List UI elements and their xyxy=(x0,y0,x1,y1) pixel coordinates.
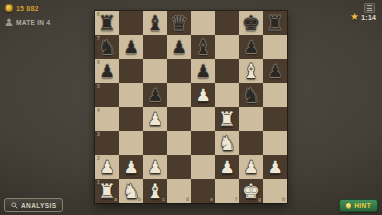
piece-black-pawn[interactable]: ♟ xyxy=(119,35,143,59)
square-e5[interactable]: ♟ xyxy=(191,83,215,107)
chess-app-window: 15 882 MATE IN 4 ★ 1:14 8♜♝♛♚♜7♞♟♟♝♟6♟♟♝… xyxy=(0,0,382,215)
piece-white-pawn[interactable]: ♟ xyxy=(239,155,263,179)
square-d5[interactable] xyxy=(167,83,191,107)
square-f4[interactable]: ♜ xyxy=(215,107,239,131)
piece-black-pawn[interactable]: ♟ xyxy=(263,59,287,83)
square-e7[interactable]: ♝ xyxy=(191,35,215,59)
piece-white-pawn[interactable]: ♟ xyxy=(215,155,239,179)
piece-black-king[interactable]: ♚ xyxy=(239,11,263,35)
piece-white-pawn[interactable]: ♟ xyxy=(143,155,167,179)
piece-white-bishop[interactable]: ♝ xyxy=(143,179,167,203)
square-a4[interactable]: 4 xyxy=(95,107,119,131)
square-e2[interactable] xyxy=(191,155,215,179)
square-a1[interactable]: 1a♜ xyxy=(95,179,119,203)
piece-black-rook[interactable]: ♜ xyxy=(263,11,287,35)
square-g3[interactable] xyxy=(239,131,263,155)
square-b7[interactable]: ♟ xyxy=(119,35,143,59)
piece-black-pawn[interactable]: ♟ xyxy=(167,35,191,59)
timer-display: ★ 1:14 xyxy=(350,12,376,22)
square-e8[interactable] xyxy=(191,11,215,35)
piece-black-rook[interactable]: ♜ xyxy=(95,11,119,35)
analysis-button-label: ANALYSIS xyxy=(21,202,56,209)
square-e3[interactable] xyxy=(191,131,215,155)
piece-black-bishop[interactable]: ♝ xyxy=(143,11,167,35)
square-a3[interactable]: 3 xyxy=(95,131,119,155)
piece-white-pawn[interactable]: ♟ xyxy=(263,155,287,179)
piece-black-pawn[interactable]: ♟ xyxy=(95,59,119,83)
square-c4[interactable]: ♟ xyxy=(143,107,167,131)
square-h6[interactable]: ♟ xyxy=(263,59,287,83)
square-c1[interactable]: c♝ xyxy=(143,179,167,203)
square-c7[interactable] xyxy=(143,35,167,59)
square-d8[interactable]: ♛ xyxy=(167,11,191,35)
piece-black-pawn[interactable]: ♟ xyxy=(143,83,167,107)
star-icon: ★ xyxy=(350,12,359,22)
square-b2[interactable]: ♟ xyxy=(119,155,143,179)
piece-black-pawn[interactable]: ♟ xyxy=(191,59,215,83)
square-b1[interactable]: b♞ xyxy=(119,179,143,203)
analysis-button[interactable]: ANALYSIS xyxy=(4,198,63,212)
file-label: e xyxy=(210,197,213,202)
rank-label: 3 xyxy=(97,132,100,137)
square-d3[interactable] xyxy=(167,131,191,155)
square-g6[interactable]: ♝ xyxy=(239,59,263,83)
square-d1[interactable]: d xyxy=(167,179,191,203)
piece-white-pawn[interactable]: ♟ xyxy=(95,155,119,179)
square-f7[interactable] xyxy=(215,35,239,59)
piece-white-king[interactable]: ♚ xyxy=(239,179,263,203)
chess-board: 8♜♝♛♚♜7♞♟♟♝♟6♟♟♝♟5♟♟♞4♟♜3♞2♟♟♟♟♟♟1a♜b♞c♝… xyxy=(95,11,287,203)
square-f2[interactable]: ♟ xyxy=(215,155,239,179)
square-f5[interactable] xyxy=(215,83,239,107)
person-icon xyxy=(5,18,13,26)
piece-white-knight[interactable]: ♞ xyxy=(215,131,239,155)
square-g7[interactable]: ♟ xyxy=(239,35,263,59)
square-g1[interactable]: g♚ xyxy=(239,179,263,203)
square-f8[interactable] xyxy=(215,11,239,35)
square-a5[interactable]: 5 xyxy=(95,83,119,107)
square-b5[interactable] xyxy=(119,83,143,107)
file-label: h xyxy=(282,197,285,202)
square-h2[interactable]: ♟ xyxy=(263,155,287,179)
puzzle-objective: MATE IN 4 xyxy=(5,18,50,26)
square-e1[interactable]: e xyxy=(191,179,215,203)
square-f1[interactable]: f xyxy=(215,179,239,203)
square-b4[interactable] xyxy=(119,107,143,131)
piece-black-bishop[interactable]: ♝ xyxy=(191,35,215,59)
square-c2[interactable]: ♟ xyxy=(143,155,167,179)
square-b8[interactable] xyxy=(119,11,143,35)
square-c3[interactable] xyxy=(143,131,167,155)
square-g8[interactable]: ♚ xyxy=(239,11,263,35)
piece-white-rook[interactable]: ♜ xyxy=(95,179,119,203)
magnifier-icon xyxy=(11,202,18,209)
square-g2[interactable]: ♟ xyxy=(239,155,263,179)
file-label: d xyxy=(186,197,189,202)
square-h1[interactable]: h xyxy=(263,179,287,203)
square-b3[interactable] xyxy=(119,131,143,155)
coins-display: 15 882 xyxy=(5,4,39,12)
piece-white-pawn[interactable]: ♟ xyxy=(119,155,143,179)
square-d7[interactable]: ♟ xyxy=(167,35,191,59)
hint-button[interactable]: HINT xyxy=(339,199,378,212)
piece-white-knight[interactable]: ♞ xyxy=(119,179,143,203)
square-c5[interactable]: ♟ xyxy=(143,83,167,107)
rank-label: 4 xyxy=(97,108,100,113)
square-h5[interactable] xyxy=(263,83,287,107)
square-d4[interactable] xyxy=(167,107,191,131)
square-d2[interactable] xyxy=(167,155,191,179)
piece-white-bishop[interactable]: ♝ xyxy=(239,59,263,83)
square-a6[interactable]: 6♟ xyxy=(95,59,119,83)
square-a8[interactable]: 8♜ xyxy=(95,11,119,35)
square-h4[interactable] xyxy=(263,107,287,131)
square-c6[interactable] xyxy=(143,59,167,83)
square-g4[interactable] xyxy=(239,107,263,131)
square-h7[interactable] xyxy=(263,35,287,59)
coins-value: 15 882 xyxy=(16,5,39,12)
square-a7[interactable]: 7♞ xyxy=(95,35,119,59)
piece-white-pawn[interactable]: ♟ xyxy=(143,107,167,131)
piece-black-pawn[interactable]: ♟ xyxy=(239,35,263,59)
square-d6[interactable] xyxy=(167,59,191,83)
square-h8[interactable]: ♜ xyxy=(263,11,287,35)
square-a2[interactable]: 2♟ xyxy=(95,155,119,179)
timer-value: 1:14 xyxy=(361,13,376,22)
square-g5[interactable]: ♞ xyxy=(239,83,263,107)
square-f3[interactable]: ♞ xyxy=(215,131,239,155)
file-label: f xyxy=(235,197,237,202)
square-e6[interactable]: ♟ xyxy=(191,59,215,83)
square-c8[interactable]: ♝ xyxy=(143,11,167,35)
piece-white-pawn[interactable]: ♟ xyxy=(191,83,215,107)
piece-white-rook[interactable]: ♜ xyxy=(215,107,239,131)
piece-black-knight[interactable]: ♞ xyxy=(239,83,263,107)
square-e4[interactable] xyxy=(191,107,215,131)
square-b6[interactable] xyxy=(119,59,143,83)
coin-icon xyxy=(5,4,13,12)
square-f6[interactable] xyxy=(215,59,239,83)
objective-label: MATE IN 4 xyxy=(16,19,50,26)
piece-black-queen[interactable]: ♛ xyxy=(167,11,191,35)
piece-black-knight[interactable]: ♞ xyxy=(95,35,119,59)
square-h3[interactable] xyxy=(263,131,287,155)
hint-button-label: HINT xyxy=(354,202,371,209)
rank-label: 5 xyxy=(97,84,100,89)
lightbulb-icon xyxy=(346,203,351,208)
